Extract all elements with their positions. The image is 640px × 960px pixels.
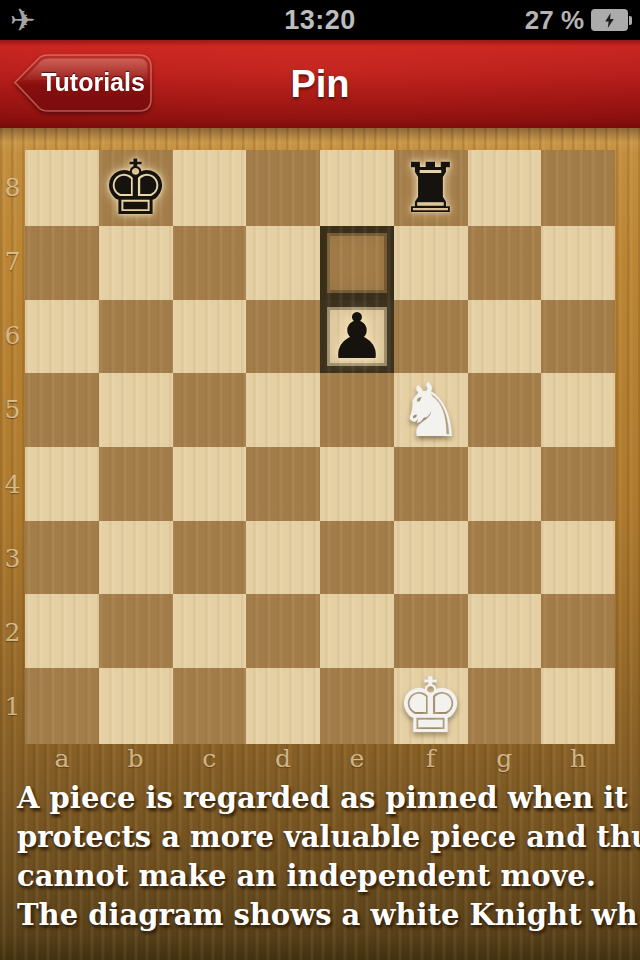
square-a1[interactable] <box>25 668 99 744</box>
white-king: ♚ <box>397 668 465 744</box>
navigation-bar: Pin Tutorials <box>0 40 640 131</box>
rank-label-7: 7 <box>0 224 25 298</box>
square-a7[interactable] <box>25 226 99 300</box>
square-d2[interactable] <box>246 594 320 668</box>
square-f7[interactable] <box>394 226 468 300</box>
square-a3[interactable] <box>25 521 99 595</box>
square-h6[interactable] <box>541 300 615 374</box>
square-e5[interactable] <box>320 373 394 447</box>
black-pawn: ♟ <box>329 305 385 368</box>
square-e6[interactable]: ♟ <box>320 300 394 374</box>
square-h7[interactable] <box>541 226 615 300</box>
square-c5[interactable] <box>173 373 247 447</box>
square-b7[interactable] <box>99 226 173 300</box>
square-g8[interactable] <box>468 150 542 226</box>
square-d4[interactable] <box>246 447 320 521</box>
chess-board: ♚♜♟♞♚ <box>25 150 615 744</box>
square-b1[interactable] <box>99 668 173 744</box>
tutorial-text[interactable]: A piece is regarded as pinned when it pr… <box>0 779 640 935</box>
square-h8[interactable] <box>541 150 615 226</box>
tutorial-line: cannot make an independent move. <box>17 857 623 896</box>
back-button-label: Tutorials <box>40 53 146 111</box>
square-c7[interactable] <box>173 226 247 300</box>
square-g1[interactable] <box>468 668 542 744</box>
square-d6[interactable] <box>246 300 320 374</box>
square-b6[interactable] <box>99 300 173 374</box>
battery-nub <box>629 16 632 25</box>
file-label-e: e <box>320 744 394 773</box>
square-e4[interactable] <box>320 447 394 521</box>
black-king: ♚ <box>102 150 170 226</box>
tutorial-line: protects a more valuable piece and thus <box>17 818 623 857</box>
square-g4[interactable] <box>468 447 542 521</box>
square-f1[interactable]: ♚ <box>394 668 468 744</box>
wood-background: 87654321 ♚♜♟♞♚ abcdefgh A piece is regar… <box>0 128 640 960</box>
square-b2[interactable] <box>99 594 173 668</box>
square-g3[interactable] <box>468 521 542 595</box>
square-f4[interactable] <box>394 447 468 521</box>
square-g2[interactable] <box>468 594 542 668</box>
file-label-b: b <box>99 744 173 773</box>
square-d7[interactable] <box>246 226 320 300</box>
file-labels: abcdefgh <box>25 744 615 772</box>
tutorial-line: A piece is regarded as pinned when it <box>17 779 623 818</box>
rank-label-8: 8 <box>0 150 25 224</box>
iphone-screen: ✈ 13:20 27 % Pin <box>0 0 640 960</box>
square-h4[interactable] <box>541 447 615 521</box>
charging-bolt-icon <box>603 13 616 28</box>
square-f8[interactable]: ♜ <box>394 150 468 226</box>
square-e7[interactable] <box>320 226 394 300</box>
tutorial-line: The diagram shows a white Knight wh... <box>17 896 623 935</box>
rank-label-6: 6 <box>0 299 25 373</box>
rank-label-3: 3 <box>0 521 25 595</box>
square-c2[interactable] <box>173 594 247 668</box>
square-b5[interactable] <box>99 373 173 447</box>
square-h5[interactable] <box>541 373 615 447</box>
square-h3[interactable] <box>541 521 615 595</box>
square-d5[interactable] <box>246 373 320 447</box>
battery-icon <box>591 9 632 31</box>
status-bar: ✈ 13:20 27 % <box>0 0 640 40</box>
square-g6[interactable] <box>468 300 542 374</box>
square-c4[interactable] <box>173 447 247 521</box>
rank-labels: 87654321 <box>0 150 25 744</box>
file-label-a: a <box>25 744 99 773</box>
square-g5[interactable] <box>468 373 542 447</box>
file-label-d: d <box>246 744 320 773</box>
rank-label-5: 5 <box>0 373 25 447</box>
square-d1[interactable] <box>246 668 320 744</box>
square-h2[interactable] <box>541 594 615 668</box>
square-a4[interactable] <box>25 447 99 521</box>
black-rook: ♜ <box>400 154 462 223</box>
file-label-c: c <box>173 744 247 773</box>
battery-body <box>591 9 628 31</box>
square-c8[interactable] <box>173 150 247 226</box>
white-knight: ♞ <box>397 373 463 447</box>
square-h1[interactable] <box>541 668 615 744</box>
rank-label-2: 2 <box>0 596 25 670</box>
rank-label-1: 1 <box>0 670 25 744</box>
square-a5[interactable] <box>25 373 99 447</box>
square-e2[interactable] <box>320 594 394 668</box>
square-f6[interactable] <box>394 300 468 374</box>
square-f5[interactable]: ♞ <box>394 373 468 447</box>
square-f2[interactable] <box>394 594 468 668</box>
file-label-g: g <box>468 744 542 773</box>
square-d8[interactable] <box>246 150 320 226</box>
square-a6[interactable] <box>25 300 99 374</box>
clock: 13:20 <box>0 5 640 36</box>
square-g7[interactable] <box>468 226 542 300</box>
square-c6[interactable] <box>173 300 247 374</box>
square-b4[interactable] <box>99 447 173 521</box>
square-e8[interactable] <box>320 150 394 226</box>
square-a8[interactable] <box>25 150 99 226</box>
square-c1[interactable] <box>173 668 247 744</box>
square-b8[interactable]: ♚ <box>99 150 173 226</box>
square-d3[interactable] <box>246 521 320 595</box>
rank-label-4: 4 <box>0 447 25 521</box>
square-b3[interactable] <box>99 521 173 595</box>
square-e3[interactable] <box>320 521 394 595</box>
square-e1[interactable] <box>320 668 394 744</box>
square-c3[interactable] <box>173 521 247 595</box>
square-f3[interactable] <box>394 521 468 595</box>
square-a2[interactable] <box>25 594 99 668</box>
back-button-tutorials[interactable]: Tutorials <box>12 53 154 113</box>
file-label-h: h <box>541 744 615 773</box>
